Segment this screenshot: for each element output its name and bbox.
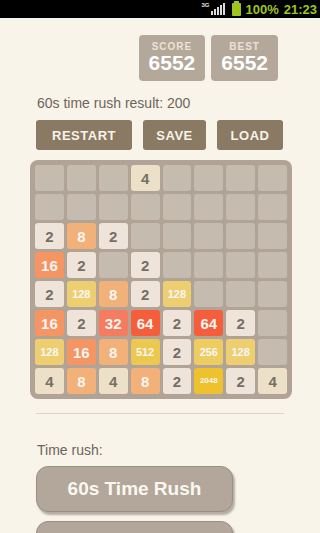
status-bar: 3G 100% 21:23 <box>0 0 320 18</box>
empty-cell <box>163 252 192 278</box>
tile-4: 4 <box>131 165 160 191</box>
empty-cell <box>131 223 160 249</box>
scoreboard: SCORE 6552 BEST 6552 <box>0 18 320 81</box>
tile-16: 16 <box>35 252 64 278</box>
save-button[interactable]: SAVE <box>143 120 206 150</box>
tile-2: 2 <box>131 281 160 307</box>
tile-8: 8 <box>67 223 96 249</box>
game-board[interactable]: 4282162221288212816232642642128168512225… <box>30 160 292 399</box>
tile-2: 2 <box>163 310 192 336</box>
empty-cell <box>163 194 192 220</box>
empty-cell <box>99 165 128 191</box>
tile-4: 4 <box>99 368 128 394</box>
tile-8: 8 <box>131 368 160 394</box>
empty-cell <box>194 165 223 191</box>
toolbar: RESTART SAVE LOAD <box>36 120 283 150</box>
tile-128: 128 <box>226 339 255 365</box>
empty-cell <box>258 252 287 278</box>
empty-cell <box>35 165 64 191</box>
time-rush-300s-button[interactable]: 300s Time Rush <box>36 521 233 533</box>
tile-8: 8 <box>67 368 96 394</box>
empty-cell <box>67 194 96 220</box>
empty-cell <box>194 223 223 249</box>
empty-cell <box>258 194 287 220</box>
empty-cell <box>194 252 223 278</box>
empty-cell <box>258 339 287 365</box>
signal-3g-icon: 3G <box>202 3 225 15</box>
tile-2: 2 <box>35 223 64 249</box>
tile-2048: 2048 <box>194 368 223 394</box>
best-value: 6552 <box>221 52 268 74</box>
tile-128: 128 <box>67 281 96 307</box>
restart-button[interactable]: RESTART <box>36 120 132 150</box>
app-screen: 3G 100% 21:23 SCORE 6552 BEST 6552 60s t… <box>0 0 320 533</box>
tile-32: 32 <box>99 310 128 336</box>
best-box: BEST 6552 <box>211 35 278 81</box>
tile-2: 2 <box>35 281 64 307</box>
empty-cell <box>67 165 96 191</box>
tile-256: 256 <box>194 339 223 365</box>
tile-512: 512 <box>131 339 160 365</box>
tile-64: 64 <box>131 310 160 336</box>
tile-2: 2 <box>67 310 96 336</box>
tile-2: 2 <box>67 252 96 278</box>
empty-cell <box>99 194 128 220</box>
tile-2: 2 <box>226 368 255 394</box>
time-rush-result-text: 60s time rush result: 200 <box>37 95 320 111</box>
empty-cell <box>194 194 223 220</box>
score-box: SCORE 6552 <box>139 35 206 81</box>
empty-cell <box>226 223 255 249</box>
tile-8: 8 <box>99 339 128 365</box>
score-value: 6552 <box>149 52 196 74</box>
empty-cell <box>194 281 223 307</box>
time-rush-label: Time rush: <box>37 442 320 458</box>
empty-cell <box>258 165 287 191</box>
time-rush-60s-button[interactable]: 60s Time Rush <box>36 466 233 512</box>
empty-cell <box>258 310 287 336</box>
divider <box>36 413 284 414</box>
empty-cell <box>131 194 160 220</box>
tile-2: 2 <box>226 310 255 336</box>
tile-4: 4 <box>258 368 287 394</box>
empty-cell <box>226 252 255 278</box>
tile-16: 16 <box>35 310 64 336</box>
empty-cell <box>258 223 287 249</box>
empty-cell <box>226 281 255 307</box>
tile-2: 2 <box>163 368 192 394</box>
tile-2: 2 <box>99 223 128 249</box>
tile-4: 4 <box>35 368 64 394</box>
tile-64: 64 <box>194 310 223 336</box>
empty-cell <box>163 223 192 249</box>
tile-2: 2 <box>163 339 192 365</box>
tile-128: 128 <box>35 339 64 365</box>
status-clock: 21:23 <box>284 2 317 17</box>
empty-cell <box>258 281 287 307</box>
battery-icon <box>232 3 241 16</box>
tile-128: 128 <box>163 281 192 307</box>
battery-percent: 100% <box>246 2 279 17</box>
load-button[interactable]: LOAD <box>217 120 283 150</box>
empty-cell <box>35 194 64 220</box>
empty-cell <box>163 165 192 191</box>
empty-cell <box>226 194 255 220</box>
tile-16: 16 <box>67 339 96 365</box>
tile-8: 8 <box>99 281 128 307</box>
tile-2: 2 <box>131 252 160 278</box>
empty-cell <box>226 165 255 191</box>
empty-cell <box>99 252 128 278</box>
